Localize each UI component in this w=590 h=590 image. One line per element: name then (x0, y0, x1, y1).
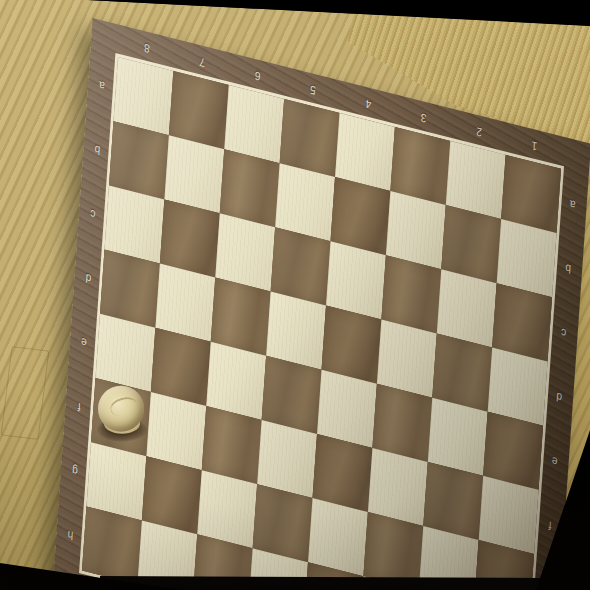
frame-label-a: a (569, 198, 575, 211)
board-grid (82, 57, 561, 590)
frame-label-d: d (556, 390, 562, 403)
frame-label-g: g (72, 464, 78, 477)
frame-label-b: b (94, 143, 100, 156)
frame-label-1: 1 (531, 139, 537, 152)
frame-label-b: b (565, 262, 571, 275)
frame-label-4: 4 (365, 97, 371, 110)
white-pawn-icon (98, 386, 144, 432)
frame-label-c: c (561, 326, 567, 339)
frame-label-a: a (99, 79, 105, 92)
board-inner-trim (79, 53, 564, 590)
piece-white-pawn-f8 (91, 384, 151, 448)
frame-label-8: 8 (144, 41, 150, 54)
frame-label-d: d (85, 272, 91, 285)
frame-label-f: f (548, 519, 552, 531)
frame-label-3: 3 (420, 111, 426, 124)
frame-label-7: 7 (199, 55, 205, 68)
frame-label-f: f (78, 400, 82, 412)
pawn-wood-grain (108, 395, 139, 419)
frame-label-g: g (542, 583, 548, 590)
frame-label-h: h (67, 528, 73, 541)
frame-label-5: 5 (310, 83, 316, 96)
frame-label-e: e (551, 455, 557, 468)
board-photo-scene: 87654321abcdefghabcdefgh (0, 0, 590, 590)
table-seam-mark (1, 346, 50, 440)
frame-label-e: e (81, 336, 87, 349)
frame-label-2: 2 (476, 125, 482, 138)
frame-label-c: c (90, 207, 96, 220)
square-h8 (82, 506, 142, 584)
frame-label-6: 6 (254, 69, 260, 82)
